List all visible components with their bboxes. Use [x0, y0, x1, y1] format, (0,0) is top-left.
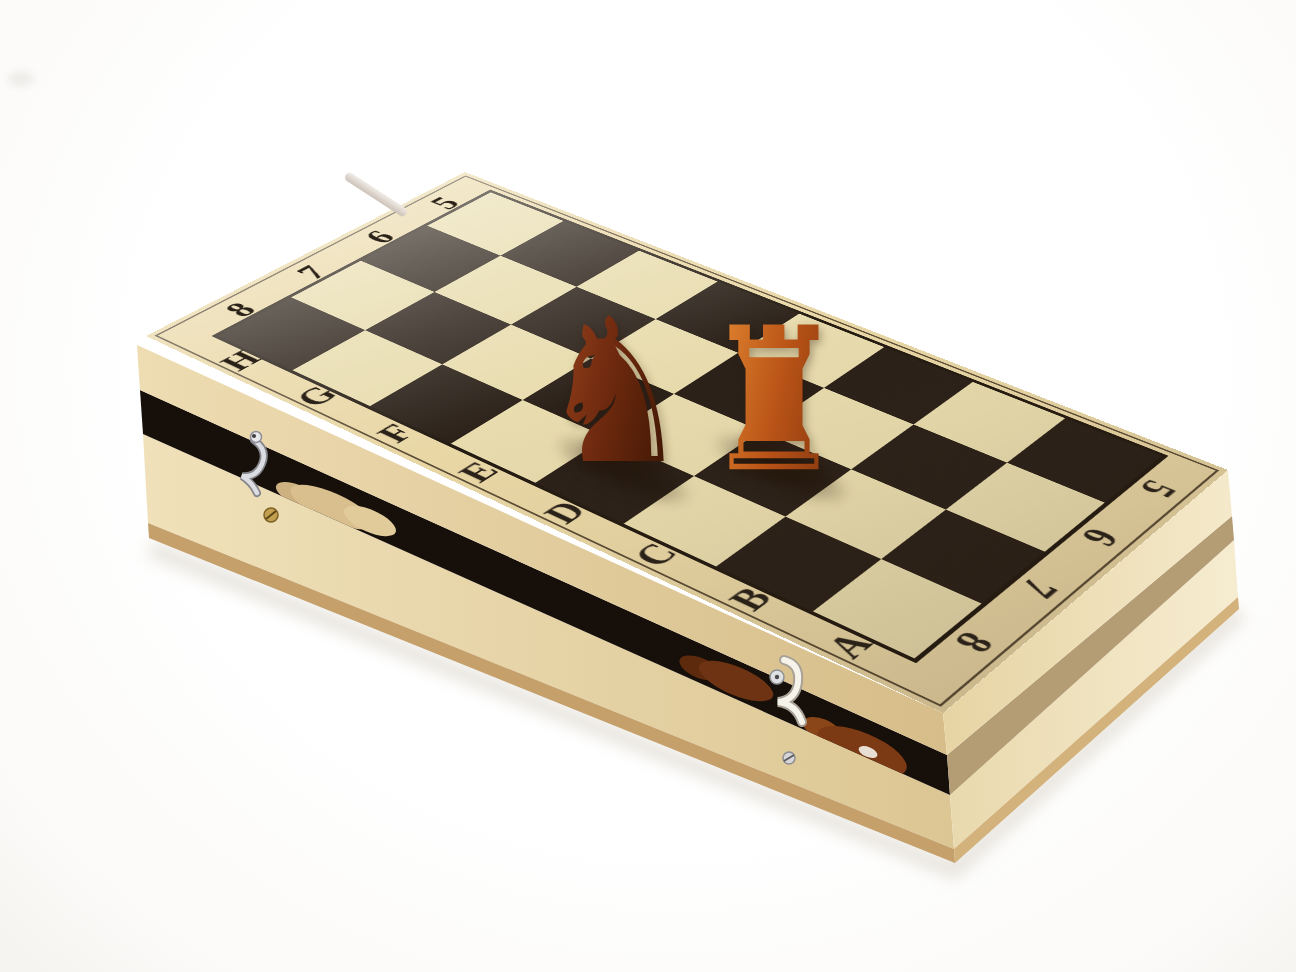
photo-stage: HGFEDCBA56785678 ♞ ♜ [0, 0, 1296, 972]
rank-label-right-5: 5 [1132, 476, 1185, 502]
rank-label-left-6: 6 [358, 227, 401, 246]
rank-label-left-5: 5 [424, 194, 466, 212]
rook-glyph: ♜ [703, 302, 845, 500]
rank-label-right-8: 8 [946, 627, 1002, 658]
eye-screw-left [264, 508, 278, 522]
rank-label-right-6: 6 [1074, 524, 1128, 551]
knight-glyph: ♞ [539, 292, 691, 492]
rank-label-left-7: 7 [290, 262, 334, 282]
piece-rook-c7[interactable]: ♜ [685, 302, 863, 500]
screw-front [783, 752, 795, 764]
rank-label-left-8: 8 [218, 299, 262, 320]
rank-label-right-7: 7 [1012, 574, 1067, 603]
piece-knight-d8[interactable]: ♞ [525, 292, 704, 492]
